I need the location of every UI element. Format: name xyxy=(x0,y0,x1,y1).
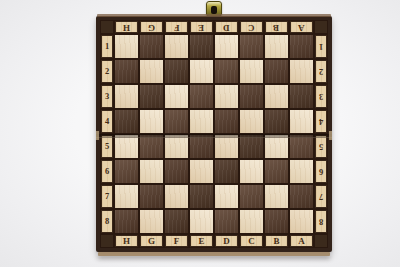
square-c7 xyxy=(239,184,264,209)
file-label-cell: D xyxy=(214,20,239,34)
file-label-top-f: F xyxy=(174,23,180,32)
frame-corner xyxy=(100,234,114,248)
square-a2 xyxy=(289,59,314,84)
square-b3 xyxy=(264,84,289,109)
square-d7 xyxy=(214,184,239,209)
label-plate: 8 xyxy=(316,211,326,232)
label-plate: H xyxy=(116,236,137,246)
label-plate: 3 xyxy=(102,86,112,107)
square-f7 xyxy=(164,184,189,209)
file-label-cell: C xyxy=(239,234,264,248)
square-g2 xyxy=(139,59,164,84)
rank-label-cell: 1 xyxy=(314,34,328,59)
square-h2 xyxy=(114,59,139,84)
label-plate: 2 xyxy=(316,61,326,82)
rank-label-left-7: 7 xyxy=(105,192,109,201)
square-c8 xyxy=(239,209,264,234)
chess-board: HGFEDCBA1122334455667788HGFEDCBA xyxy=(96,16,332,252)
square-b2 xyxy=(264,59,289,84)
frame-corner xyxy=(100,20,114,34)
file-label-bottom-d: D xyxy=(223,237,230,246)
label-plate: 5 xyxy=(102,136,112,157)
rank-label-left-4: 4 xyxy=(105,117,109,126)
rank-label-cell: 7 xyxy=(314,184,328,209)
square-e1 xyxy=(189,34,214,59)
rank-label-cell: 6 xyxy=(314,159,328,184)
square-e6 xyxy=(189,159,214,184)
label-plate: 8 xyxy=(102,211,112,232)
label-plate: 1 xyxy=(316,36,326,57)
square-a1 xyxy=(289,34,314,59)
label-plate: A xyxy=(291,236,312,246)
file-label-cell: H xyxy=(114,20,139,34)
square-g4 xyxy=(139,109,164,134)
label-plate: D xyxy=(216,22,237,32)
square-e3 xyxy=(189,84,214,109)
rank-label-cell: 2 xyxy=(314,59,328,84)
rank-label-right-4: 4 xyxy=(319,117,323,126)
file-label-bottom-g: G xyxy=(148,237,155,246)
file-label-cell: G xyxy=(139,234,164,248)
label-plate: G xyxy=(141,22,162,32)
label-plate: A xyxy=(291,22,312,32)
square-b6 xyxy=(264,159,289,184)
rank-label-cell: 8 xyxy=(314,209,328,234)
label-plate: 2 xyxy=(102,61,112,82)
rank-label-cell: 2 xyxy=(100,59,114,84)
file-label-cell: F xyxy=(164,20,189,34)
label-plate: 3 xyxy=(316,86,326,107)
square-g8 xyxy=(139,209,164,234)
square-b4 xyxy=(264,109,289,134)
label-plate: D xyxy=(216,236,237,246)
square-d2 xyxy=(214,59,239,84)
file-label-top-d: D xyxy=(223,23,230,32)
rank-label-right-6: 6 xyxy=(319,167,323,176)
square-h4 xyxy=(114,109,139,134)
file-label-bottom-c: C xyxy=(248,237,255,246)
file-label-top-b: B xyxy=(273,23,279,32)
square-h6 xyxy=(114,159,139,184)
rank-label-cell: 7 xyxy=(100,184,114,209)
file-label-cell: E xyxy=(189,20,214,34)
rank-label-cell: 3 xyxy=(314,84,328,109)
file-label-bottom-a: A xyxy=(298,237,305,246)
square-f2 xyxy=(164,59,189,84)
square-e2 xyxy=(189,59,214,84)
label-plate: E xyxy=(191,236,212,246)
square-h1 xyxy=(114,34,139,59)
photo-background: HGFEDCBA1122334455667788HGFEDCBA xyxy=(0,0,400,267)
square-g1 xyxy=(139,34,164,59)
file-label-bottom-b: B xyxy=(273,237,279,246)
rank-label-cell: 4 xyxy=(100,109,114,134)
rank-label-left-5: 5 xyxy=(105,142,109,151)
square-e4 xyxy=(189,109,214,134)
label-plate: 6 xyxy=(102,161,112,182)
file-label-top-a: A xyxy=(298,23,305,32)
label-plate: H xyxy=(116,22,137,32)
rank-label-right-1: 1 xyxy=(319,42,323,51)
square-g3 xyxy=(139,84,164,109)
rank-label-left-6: 6 xyxy=(105,167,109,176)
file-label-top-g: G xyxy=(148,23,155,32)
rank-label-right-8: 8 xyxy=(319,217,323,226)
square-d8 xyxy=(214,209,239,234)
square-a3 xyxy=(289,84,314,109)
square-f4 xyxy=(164,109,189,134)
rank-label-left-3: 3 xyxy=(105,92,109,101)
square-c4 xyxy=(239,109,264,134)
square-c2 xyxy=(239,59,264,84)
frame-corner xyxy=(314,234,328,248)
rank-label-right-7: 7 xyxy=(319,192,323,201)
label-plate: C xyxy=(241,22,262,32)
frame-corner xyxy=(314,20,328,34)
fold-seam xyxy=(96,134,332,138)
file-label-cell: E xyxy=(189,234,214,248)
square-e8 xyxy=(189,209,214,234)
square-a7 xyxy=(289,184,314,209)
square-g7 xyxy=(139,184,164,209)
label-plate: 4 xyxy=(102,111,112,132)
file-label-cell: D xyxy=(214,234,239,248)
square-d4 xyxy=(214,109,239,134)
file-label-cell: B xyxy=(264,20,289,34)
label-plate: G xyxy=(141,236,162,246)
latch-hole xyxy=(211,6,217,14)
label-plate: F xyxy=(166,22,187,32)
file-label-cell: H xyxy=(114,234,139,248)
file-label-cell: A xyxy=(289,20,314,34)
file-label-bottom-f: F xyxy=(174,237,180,246)
label-plate: 7 xyxy=(316,186,326,207)
label-plate: 5 xyxy=(316,136,326,157)
square-c1 xyxy=(239,34,264,59)
label-plate: 4 xyxy=(316,111,326,132)
square-a6 xyxy=(289,159,314,184)
file-label-top-c: C xyxy=(248,23,255,32)
square-a8 xyxy=(289,209,314,234)
square-b8 xyxy=(264,209,289,234)
label-plate: B xyxy=(266,236,287,246)
label-plate: F xyxy=(166,236,187,246)
square-b1 xyxy=(264,34,289,59)
square-a4 xyxy=(289,109,314,134)
label-plate: 6 xyxy=(316,161,326,182)
label-plate: 1 xyxy=(102,36,112,57)
rank-label-cell: 8 xyxy=(100,209,114,234)
square-f1 xyxy=(164,34,189,59)
square-c3 xyxy=(239,84,264,109)
square-d3 xyxy=(214,84,239,109)
rank-label-cell: 1 xyxy=(100,34,114,59)
label-plate: 7 xyxy=(102,186,112,207)
file-label-top-h: H xyxy=(123,23,130,32)
rank-label-right-5: 5 xyxy=(319,142,323,151)
rank-label-cell: 4 xyxy=(314,109,328,134)
square-g6 xyxy=(139,159,164,184)
rank-label-cell: 3 xyxy=(100,84,114,109)
file-label-bottom-e: E xyxy=(198,237,204,246)
file-label-cell: G xyxy=(139,20,164,34)
label-plate: C xyxy=(241,236,262,246)
rank-label-left-2: 2 xyxy=(105,67,109,76)
file-label-cell: C xyxy=(239,20,264,34)
hinge-notch-left xyxy=(96,131,99,140)
square-e7 xyxy=(189,184,214,209)
hinge-notch-right xyxy=(329,131,332,140)
square-f3 xyxy=(164,84,189,109)
file-label-cell: A xyxy=(289,234,314,248)
rank-label-right-3: 3 xyxy=(319,92,323,101)
square-h8 xyxy=(114,209,139,234)
square-b7 xyxy=(264,184,289,209)
square-f6 xyxy=(164,159,189,184)
square-c6 xyxy=(239,159,264,184)
rank-label-cell: 6 xyxy=(100,159,114,184)
rank-label-left-8: 8 xyxy=(105,217,109,226)
label-plate: B xyxy=(266,22,287,32)
rank-label-left-1: 1 xyxy=(105,42,109,51)
square-f8 xyxy=(164,209,189,234)
file-label-cell: B xyxy=(264,234,289,248)
square-h3 xyxy=(114,84,139,109)
file-label-top-e: E xyxy=(198,23,204,32)
square-d6 xyxy=(214,159,239,184)
square-d1 xyxy=(214,34,239,59)
square-h7 xyxy=(114,184,139,209)
label-plate: E xyxy=(191,22,212,32)
file-label-bottom-h: H xyxy=(123,237,130,246)
rank-label-right-2: 2 xyxy=(319,67,323,76)
file-label-cell: F xyxy=(164,234,189,248)
